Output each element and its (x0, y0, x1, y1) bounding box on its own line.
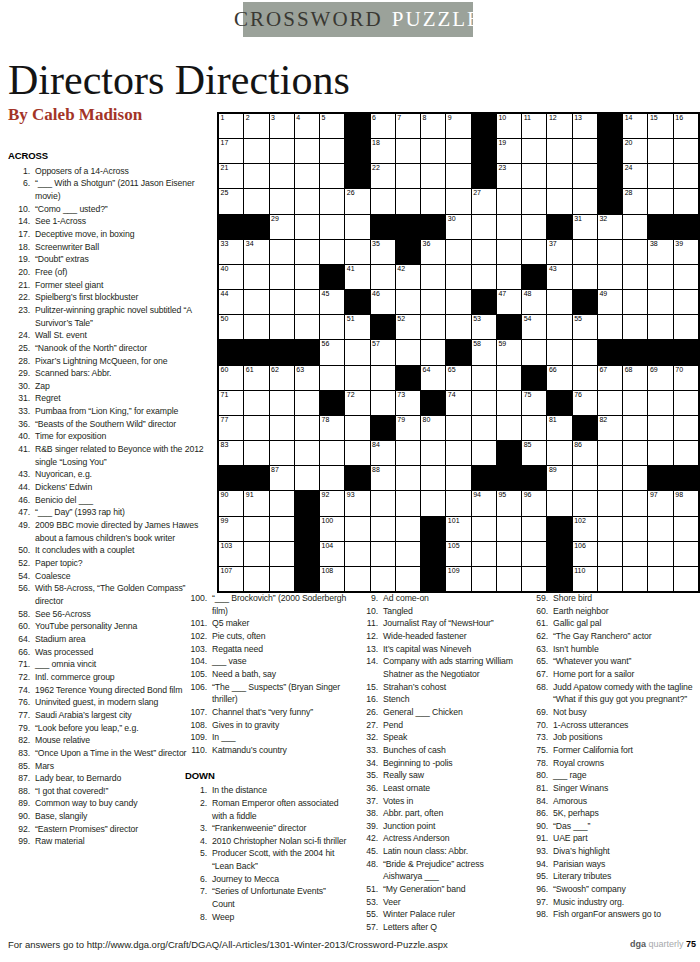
cell-r13c14[interactable]: 81 (547, 416, 571, 440)
cell-r17c17[interactable] (623, 517, 647, 541)
cell-r8c13[interactable]: 48 (522, 290, 546, 314)
cell-r13c5[interactable]: 78 (320, 416, 344, 440)
cell-r1c8[interactable]: 7 (396, 114, 420, 138)
cell-r4c4[interactable] (295, 189, 319, 213)
cell-r16c13[interactable]: 96 (522, 491, 546, 515)
cell-r16c9[interactable] (421, 491, 445, 515)
cell-r16c5[interactable]: 92 (320, 491, 344, 515)
cell-r11c3[interactable]: 62 (270, 366, 294, 390)
cell-r4c10[interactable] (446, 189, 470, 213)
cell-r11c6[interactable] (345, 366, 369, 390)
cell-r16c19[interactable]: 98 (674, 491, 698, 515)
cell-r18c12[interactable] (497, 542, 521, 566)
cell-r6c1[interactable]: 33 (219, 240, 243, 264)
cell-r19c13[interactable] (522, 567, 546, 591)
cell-r16c15[interactable] (573, 491, 597, 515)
cell-r7c3[interactable] (270, 265, 294, 289)
cell-r5c16[interactable]: 32 (598, 215, 622, 239)
cell-r3c7[interactable]: 22 (371, 164, 395, 188)
cell-r1c5[interactable]: 5 (320, 114, 344, 138)
cell-r14c5[interactable] (320, 441, 344, 465)
cell-r12c2[interactable] (244, 391, 268, 415)
cell-r18c2[interactable] (244, 542, 268, 566)
cell-r8c4[interactable] (295, 290, 319, 314)
cell-r3c2[interactable] (244, 164, 268, 188)
cell-r4c2[interactable] (244, 189, 268, 213)
cell-r2c19[interactable] (674, 139, 698, 163)
cell-r6c17[interactable] (623, 240, 647, 264)
cell-r13c1[interactable]: 77 (219, 416, 243, 440)
cell-r5c5[interactable] (320, 215, 344, 239)
cell-r19c11[interactable] (472, 567, 496, 591)
cell-r8c5[interactable]: 45 (320, 290, 344, 314)
cell-r14c17[interactable] (623, 441, 647, 465)
cell-r6c13[interactable] (522, 240, 546, 264)
cell-r5c3[interactable]: 29 (270, 215, 294, 239)
cell-r13c3[interactable] (270, 416, 294, 440)
cell-r5c10[interactable]: 30 (446, 215, 470, 239)
cell-r8c12[interactable]: 47 (497, 290, 521, 314)
cell-r15c17[interactable] (623, 466, 647, 490)
cell-r12c17[interactable] (623, 391, 647, 415)
cell-r2c9[interactable] (421, 139, 445, 163)
cell-r13c6[interactable] (345, 416, 369, 440)
cell-r11c12[interactable] (497, 366, 521, 390)
cell-r13c10[interactable] (446, 416, 470, 440)
cell-r1c19[interactable]: 16 (674, 114, 698, 138)
cell-r17c13[interactable] (522, 517, 546, 541)
cell-r19c16[interactable] (598, 567, 622, 591)
cell-r4c12[interactable] (497, 189, 521, 213)
cell-r9c1[interactable]: 50 (219, 315, 243, 339)
cell-r16c3[interactable] (270, 491, 294, 515)
cell-r3c10[interactable] (446, 164, 470, 188)
cell-r1c2[interactable]: 2 (244, 114, 268, 138)
cell-r15c9[interactable] (421, 466, 445, 490)
cell-r7c6[interactable]: 41 (345, 265, 369, 289)
cell-r11c4[interactable]: 63 (295, 366, 319, 390)
cell-r15c8[interactable] (396, 466, 420, 490)
cell-r18c13[interactable] (522, 542, 546, 566)
cell-r19c5[interactable]: 108 (320, 567, 344, 591)
cell-r12c13[interactable]: 75 (522, 391, 546, 415)
cell-r15c7[interactable]: 88 (371, 466, 395, 490)
cell-r14c14[interactable] (547, 441, 571, 465)
cell-r14c16[interactable] (598, 441, 622, 465)
cell-r16c16[interactable] (598, 491, 622, 515)
cell-r16c18[interactable]: 97 (648, 491, 672, 515)
cell-r17c7[interactable] (371, 517, 395, 541)
cell-r15c4[interactable] (295, 466, 319, 490)
cell-r2c13[interactable] (522, 139, 546, 163)
cell-r6c16[interactable] (598, 240, 622, 264)
cell-r19c19[interactable] (674, 567, 698, 591)
cell-r9c17[interactable] (623, 315, 647, 339)
cell-r19c2[interactable] (244, 567, 268, 591)
cell-r4c11[interactable]: 27 (472, 189, 496, 213)
cell-r19c6[interactable] (345, 567, 369, 591)
cell-r7c1[interactable]: 40 (219, 265, 243, 289)
cell-r17c3[interactable] (270, 517, 294, 541)
cell-r10c15[interactable] (573, 340, 597, 364)
cell-r2c17[interactable]: 20 (623, 139, 647, 163)
cell-r6c15[interactable] (573, 240, 597, 264)
cell-r2c3[interactable] (270, 139, 294, 163)
cell-r6c19[interactable]: 39 (674, 240, 698, 264)
cell-r7c10[interactable] (446, 265, 470, 289)
cell-r3c3[interactable] (270, 164, 294, 188)
cell-r15c5[interactable] (320, 466, 344, 490)
cell-r18c18[interactable] (648, 542, 672, 566)
cell-r18c7[interactable] (371, 542, 395, 566)
cell-r13c16[interactable]: 82 (598, 416, 622, 440)
cell-r17c1[interactable]: 99 (219, 517, 243, 541)
cell-r7c11[interactable] (472, 265, 496, 289)
cell-r12c19[interactable] (674, 391, 698, 415)
cell-r7c17[interactable] (623, 265, 647, 289)
cell-r10c11[interactable]: 58 (472, 340, 496, 364)
cell-r14c8[interactable] (396, 441, 420, 465)
cell-r19c8[interactable] (396, 567, 420, 591)
cell-r13c13[interactable] (522, 416, 546, 440)
cell-r14c4[interactable] (295, 441, 319, 465)
cell-r19c12[interactable] (497, 567, 521, 591)
cell-r16c8[interactable] (396, 491, 420, 515)
cell-r18c19[interactable] (674, 542, 698, 566)
cell-r3c17[interactable]: 24 (623, 164, 647, 188)
cell-r2c15[interactable] (573, 139, 597, 163)
cell-r4c7[interactable] (371, 189, 395, 213)
cell-r2c1[interactable]: 17 (219, 139, 243, 163)
cell-r11c14[interactable]: 66 (547, 366, 571, 390)
cell-r5c17[interactable] (623, 215, 647, 239)
cell-r13c4[interactable] (295, 416, 319, 440)
cell-r6c12[interactable] (497, 240, 521, 264)
cell-r15c15[interactable] (573, 466, 597, 490)
cell-r3c12[interactable]: 23 (497, 164, 521, 188)
cell-r15c16[interactable] (598, 466, 622, 490)
cell-r15c3[interactable]: 87 (270, 466, 294, 490)
cell-r12c6[interactable]: 72 (345, 391, 369, 415)
cell-r11c1[interactable]: 60 (219, 366, 243, 390)
cell-r5c13[interactable] (522, 215, 546, 239)
cell-r6c18[interactable]: 38 (648, 240, 672, 264)
cell-r9c14[interactable] (547, 315, 571, 339)
cell-r9c8[interactable]: 52 (396, 315, 420, 339)
cell-r7c16[interactable] (598, 265, 622, 289)
cell-r18c16[interactable] (598, 542, 622, 566)
cell-r12c10[interactable]: 74 (446, 391, 470, 415)
cell-r1c13[interactable]: 11 (522, 114, 546, 138)
cell-r7c19[interactable] (674, 265, 698, 289)
cell-r5c11[interactable] (472, 215, 496, 239)
cell-r5c12[interactable] (497, 215, 521, 239)
cell-r7c8[interactable]: 42 (396, 265, 420, 289)
cell-r9c6[interactable]: 51 (345, 315, 369, 339)
cell-r13c17[interactable] (623, 416, 647, 440)
cell-r16c10[interactable] (446, 491, 470, 515)
cell-r16c12[interactable]: 95 (497, 491, 521, 515)
cell-r12c3[interactable] (270, 391, 294, 415)
cell-r11c7[interactable] (371, 366, 395, 390)
cell-r16c7[interactable] (371, 491, 395, 515)
cell-r2c5[interactable] (320, 139, 344, 163)
cell-r7c9[interactable] (421, 265, 445, 289)
cell-r4c19[interactable] (674, 189, 698, 213)
cell-r4c17[interactable]: 28 (623, 189, 647, 213)
cell-r6c11[interactable] (472, 240, 496, 264)
cell-r8c2[interactable] (244, 290, 268, 314)
cell-r1c4[interactable]: 4 (295, 114, 319, 138)
cell-r14c10[interactable] (446, 441, 470, 465)
cell-r8c14[interactable] (547, 290, 571, 314)
cell-r3c5[interactable] (320, 164, 344, 188)
cell-r18c5[interactable]: 104 (320, 542, 344, 566)
cell-r13c8[interactable]: 79 (396, 416, 420, 440)
cell-r11c5[interactable] (320, 366, 344, 390)
cell-r4c15[interactable] (573, 189, 597, 213)
cell-r4c14[interactable] (547, 189, 571, 213)
cell-r16c17[interactable] (623, 491, 647, 515)
cell-r3c13[interactable] (522, 164, 546, 188)
cell-r14c7[interactable]: 84 (371, 441, 395, 465)
cell-r3c15[interactable] (573, 164, 597, 188)
cell-r1c17[interactable]: 14 (623, 114, 647, 138)
cell-r12c15[interactable]: 76 (573, 391, 597, 415)
cell-r9c19[interactable] (674, 315, 698, 339)
cell-r18c17[interactable] (623, 542, 647, 566)
cell-r8c3[interactable] (270, 290, 294, 314)
cell-r2c8[interactable] (396, 139, 420, 163)
cell-r13c9[interactable]: 80 (421, 416, 445, 440)
cell-r18c3[interactable] (270, 542, 294, 566)
cell-r14c18[interactable] (648, 441, 672, 465)
cell-r19c18[interactable] (648, 567, 672, 591)
cell-r11c9[interactable]: 64 (421, 366, 445, 390)
cell-r10c6[interactable] (345, 340, 369, 364)
cell-r2c18[interactable] (648, 139, 672, 163)
cell-r17c8[interactable] (396, 517, 420, 541)
cell-r11c16[interactable]: 67 (598, 366, 622, 390)
cell-r11c10[interactable]: 65 (446, 366, 470, 390)
cell-r14c15[interactable]: 86 (573, 441, 597, 465)
cell-r9c9[interactable] (421, 315, 445, 339)
cell-r14c9[interactable] (421, 441, 445, 465)
cell-r8c10[interactable] (446, 290, 470, 314)
cell-r6c2[interactable]: 34 (244, 240, 268, 264)
cell-r2c12[interactable]: 19 (497, 139, 521, 163)
cell-r14c3[interactable] (270, 441, 294, 465)
cell-r9c10[interactable] (446, 315, 470, 339)
cell-r8c18[interactable] (648, 290, 672, 314)
cell-r7c18[interactable] (648, 265, 672, 289)
cell-r14c2[interactable] (244, 441, 268, 465)
cell-r2c14[interactable] (547, 139, 571, 163)
cell-r8c8[interactable] (396, 290, 420, 314)
cell-r10c7[interactable]: 57 (371, 340, 395, 364)
cell-r6c5[interactable] (320, 240, 344, 264)
cell-r9c5[interactable] (320, 315, 344, 339)
cell-r3c1[interactable]: 21 (219, 164, 243, 188)
cell-r13c19[interactable] (674, 416, 698, 440)
cell-r2c4[interactable] (295, 139, 319, 163)
cell-r6c7[interactable]: 35 (371, 240, 395, 264)
cell-r6c6[interactable] (345, 240, 369, 264)
cell-r9c11[interactable]: 53 (472, 315, 496, 339)
cell-r16c11[interactable]: 94 (472, 491, 496, 515)
cell-r5c15[interactable]: 31 (573, 215, 597, 239)
cell-r8c19[interactable] (674, 290, 698, 314)
cell-r4c8[interactable] (396, 189, 420, 213)
cell-r18c1[interactable]: 103 (219, 542, 243, 566)
cell-r8c9[interactable] (421, 290, 445, 314)
cell-r2c10[interactable] (446, 139, 470, 163)
cell-r4c9[interactable] (421, 189, 445, 213)
cell-r14c11[interactable] (472, 441, 496, 465)
cell-r12c7[interactable] (371, 391, 395, 415)
cell-r12c1[interactable]: 71 (219, 391, 243, 415)
cell-r4c6[interactable]: 26 (345, 189, 369, 213)
cell-r6c9[interactable]: 36 (421, 240, 445, 264)
cell-r2c2[interactable] (244, 139, 268, 163)
cell-r1c10[interactable]: 9 (446, 114, 470, 138)
cell-r9c15[interactable]: 55 (573, 315, 597, 339)
cell-r9c16[interactable] (598, 315, 622, 339)
cell-r12c18[interactable] (648, 391, 672, 415)
cell-r14c1[interactable]: 83 (219, 441, 243, 465)
cell-r4c3[interactable] (270, 189, 294, 213)
cell-r7c7[interactable] (371, 265, 395, 289)
cell-r19c1[interactable]: 107 (219, 567, 243, 591)
cell-r13c12[interactable] (497, 416, 521, 440)
cell-r17c10[interactable]: 101 (446, 517, 470, 541)
cell-r8c7[interactable]: 46 (371, 290, 395, 314)
cell-r2c7[interactable]: 18 (371, 139, 395, 163)
cell-r10c9[interactable] (421, 340, 445, 364)
cell-r17c19[interactable] (674, 517, 698, 541)
cell-r1c7[interactable]: 6 (371, 114, 395, 138)
cell-r4c1[interactable]: 25 (219, 189, 243, 213)
cell-r19c17[interactable] (623, 567, 647, 591)
cell-r3c9[interactable] (421, 164, 445, 188)
cell-r12c4[interactable] (295, 391, 319, 415)
cell-r3c14[interactable] (547, 164, 571, 188)
cell-r15c14[interactable]: 89 (547, 466, 571, 490)
cell-r10c12[interactable]: 59 (497, 340, 521, 364)
cell-r9c3[interactable] (270, 315, 294, 339)
cell-r14c6[interactable] (345, 441, 369, 465)
cell-r16c6[interactable]: 93 (345, 491, 369, 515)
cell-r17c5[interactable]: 100 (320, 517, 344, 541)
cell-r3c4[interactable] (295, 164, 319, 188)
cell-r11c17[interactable]: 68 (623, 366, 647, 390)
cell-r15c10[interactable] (446, 466, 470, 490)
cell-r12c16[interactable] (598, 391, 622, 415)
cell-r7c2[interactable] (244, 265, 268, 289)
cell-r17c2[interactable] (244, 517, 268, 541)
cell-r17c16[interactable] (598, 517, 622, 541)
cell-r7c4[interactable] (295, 265, 319, 289)
cell-r11c18[interactable]: 69 (648, 366, 672, 390)
cell-r13c11[interactable] (472, 416, 496, 440)
cell-r6c4[interactable] (295, 240, 319, 264)
cell-r18c8[interactable] (396, 542, 420, 566)
cell-r18c10[interactable]: 105 (446, 542, 470, 566)
cell-r19c15[interactable]: 110 (573, 567, 597, 591)
cell-r4c13[interactable] (522, 189, 546, 213)
cell-r16c14[interactable] (547, 491, 571, 515)
cell-r17c12[interactable] (497, 517, 521, 541)
cell-r14c19[interactable] (674, 441, 698, 465)
cell-r6c10[interactable] (446, 240, 470, 264)
cell-r4c5[interactable] (320, 189, 344, 213)
cell-r1c1[interactable]: 1 (219, 114, 243, 138)
cell-r3c8[interactable] (396, 164, 420, 188)
cell-r17c11[interactable] (472, 517, 496, 541)
cell-r1c14[interactable]: 12 (547, 114, 571, 138)
cell-r10c14[interactable] (547, 340, 571, 364)
cell-r8c16[interactable]: 49 (598, 290, 622, 314)
cell-r14c13[interactable]: 85 (522, 441, 546, 465)
cell-r3c18[interactable] (648, 164, 672, 188)
cell-r9c2[interactable] (244, 315, 268, 339)
cell-r17c6[interactable] (345, 517, 369, 541)
cell-r18c11[interactable] (472, 542, 496, 566)
cell-r18c15[interactable]: 106 (573, 542, 597, 566)
cell-r1c18[interactable]: 15 (648, 114, 672, 138)
cell-r7c12[interactable] (497, 265, 521, 289)
cell-r8c1[interactable]: 44 (219, 290, 243, 314)
cell-r6c14[interactable]: 37 (547, 240, 571, 264)
cell-r19c3[interactable] (270, 567, 294, 591)
cell-r5c4[interactable] (295, 215, 319, 239)
cell-r17c15[interactable]: 102 (573, 517, 597, 541)
cell-r9c18[interactable] (648, 315, 672, 339)
cell-r11c19[interactable]: 70 (674, 366, 698, 390)
cell-r19c10[interactable]: 109 (446, 567, 470, 591)
cell-r7c14[interactable]: 43 (547, 265, 571, 289)
cell-r13c2[interactable] (244, 416, 268, 440)
cell-r12c12[interactable] (497, 391, 521, 415)
cell-r19c7[interactable] (371, 567, 395, 591)
cell-r10c8[interactable] (396, 340, 420, 364)
cell-r6c3[interactable] (270, 240, 294, 264)
cell-r8c17[interactable] (623, 290, 647, 314)
cell-r11c15[interactable] (573, 366, 597, 390)
cell-r12c8[interactable]: 73 (396, 391, 420, 415)
cell-r1c9[interactable]: 8 (421, 114, 445, 138)
cell-r9c13[interactable]: 54 (522, 315, 546, 339)
cell-r1c15[interactable]: 13 (573, 114, 597, 138)
cell-r16c1[interactable]: 90 (219, 491, 243, 515)
cell-r16c2[interactable]: 91 (244, 491, 268, 515)
cell-r10c13[interactable] (522, 340, 546, 364)
cell-r11c11[interactable] (472, 366, 496, 390)
cell-r4c18[interactable] (648, 189, 672, 213)
cell-r18c6[interactable] (345, 542, 369, 566)
cell-r5c6[interactable] (345, 215, 369, 239)
cell-r12c11[interactable] (472, 391, 496, 415)
cell-r13c18[interactable] (648, 416, 672, 440)
cell-r10c5[interactable]: 56 (320, 340, 344, 364)
cell-r3c19[interactable] (674, 164, 698, 188)
cell-r11c2[interactable]: 61 (244, 366, 268, 390)
cell-r9c4[interactable] (295, 315, 319, 339)
cell-r7c15[interactable] (573, 265, 597, 289)
cell-r1c12[interactable]: 10 (497, 114, 521, 138)
cell-r1c3[interactable]: 3 (270, 114, 294, 138)
cell-r17c18[interactable] (648, 517, 672, 541)
